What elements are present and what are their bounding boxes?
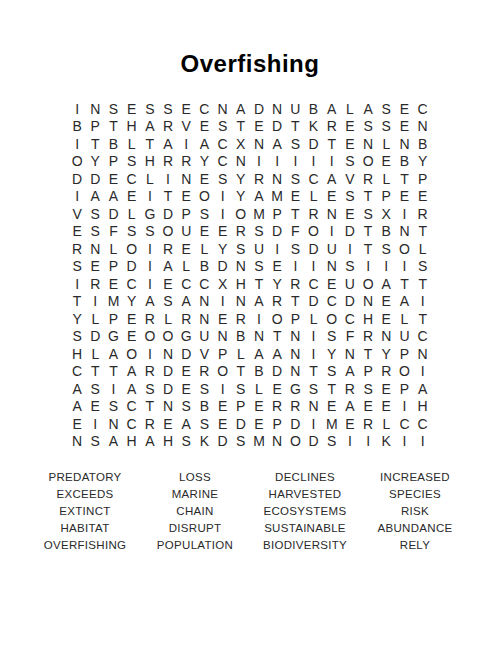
grid-cell: I bbox=[304, 258, 322, 276]
word-list-item: PREDATORY bbox=[30, 468, 140, 485]
grid-cell: E bbox=[195, 170, 213, 188]
grid-cell: S bbox=[104, 398, 122, 416]
grid-cell: D bbox=[341, 223, 359, 241]
grid-cell: T bbox=[323, 135, 341, 153]
grid-cell: R bbox=[232, 223, 250, 241]
grid-cell: A bbox=[250, 345, 268, 363]
grid-cell: N bbox=[104, 415, 122, 433]
grid-cell: S bbox=[341, 188, 359, 206]
grid-cell: T bbox=[104, 118, 122, 136]
grid-cell: L bbox=[123, 205, 141, 223]
grid-cell: R bbox=[250, 170, 268, 188]
grid-cell: I bbox=[304, 345, 322, 363]
grid-cell: E bbox=[341, 415, 359, 433]
grid-cell: N bbox=[232, 293, 250, 311]
grid-cell: Y bbox=[214, 240, 232, 258]
grid-cell: O bbox=[68, 153, 86, 171]
grid-cell: I bbox=[414, 293, 432, 311]
grid-cell: S bbox=[232, 433, 250, 451]
grid-cell: N bbox=[250, 135, 268, 153]
grid-cell: N bbox=[159, 398, 177, 416]
grid-cell: N bbox=[359, 293, 377, 311]
grid-cell: N bbox=[86, 100, 104, 118]
grid-cell: S bbox=[359, 205, 377, 223]
grid-cell: E bbox=[377, 380, 395, 398]
grid-cell: C bbox=[195, 275, 213, 293]
grid-cell: A bbox=[341, 398, 359, 416]
grid-cell: Y bbox=[232, 188, 250, 206]
grid-cell: S bbox=[141, 380, 159, 398]
grid-cell: S bbox=[232, 240, 250, 258]
word-list-item: ABUNDANCE bbox=[360, 519, 470, 536]
word-list-item: HARVESTED bbox=[250, 485, 360, 502]
grid-cell: N bbox=[323, 205, 341, 223]
grid-cell: D bbox=[268, 363, 286, 381]
grid-cell: N bbox=[250, 328, 268, 346]
grid-cell: N bbox=[268, 433, 286, 451]
grid-cell: R bbox=[177, 153, 195, 171]
grid-cell: N bbox=[195, 293, 213, 311]
grid-cell: D bbox=[250, 100, 268, 118]
grid-cell: S bbox=[159, 100, 177, 118]
grid-cell: O bbox=[195, 188, 213, 206]
grid-cell: M bbox=[104, 293, 122, 311]
grid-cell: L bbox=[304, 310, 322, 328]
grid-cell: L bbox=[159, 310, 177, 328]
grid-cell: D bbox=[68, 170, 86, 188]
grid-cell: I bbox=[214, 293, 232, 311]
grid-cell: S bbox=[68, 328, 86, 346]
grid-cell: A bbox=[177, 293, 195, 311]
grid-cell: C bbox=[68, 363, 86, 381]
puzzle-title: Overfishing bbox=[0, 50, 500, 78]
grid-cell: S bbox=[250, 223, 268, 241]
grid-cell: I bbox=[214, 188, 232, 206]
grid-cell: O bbox=[159, 223, 177, 241]
grid-cell: E bbox=[195, 223, 213, 241]
grid-cell: H bbox=[232, 275, 250, 293]
grid-cell: S bbox=[177, 433, 195, 451]
grid-cell: E bbox=[341, 205, 359, 223]
grid-cell: D bbox=[304, 240, 322, 258]
grid-cell: H bbox=[68, 345, 86, 363]
grid-cell: H bbox=[159, 433, 177, 451]
grid-cell: U bbox=[195, 328, 213, 346]
grid-cell: E bbox=[123, 328, 141, 346]
grid-cell: P bbox=[86, 118, 104, 136]
grid-cell: E bbox=[177, 100, 195, 118]
grid-cell: A bbox=[377, 275, 395, 293]
grid-cell: E bbox=[214, 223, 232, 241]
grid-cell: I bbox=[359, 433, 377, 451]
grid-cell: N bbox=[323, 258, 341, 276]
grid-cell: I bbox=[395, 205, 413, 223]
grid-cell: R bbox=[159, 153, 177, 171]
grid-cell: E bbox=[214, 310, 232, 328]
grid-cell: G bbox=[141, 205, 159, 223]
grid-cell: E bbox=[323, 275, 341, 293]
grid-cell: S bbox=[377, 240, 395, 258]
grid-cell: O bbox=[395, 363, 413, 381]
grid-cell: H bbox=[123, 433, 141, 451]
grid-cell: D bbox=[214, 433, 232, 451]
grid-cell: S bbox=[304, 380, 322, 398]
grid-cell: T bbox=[359, 240, 377, 258]
grid-cell: S bbox=[286, 170, 304, 188]
grid-cell: P bbox=[286, 310, 304, 328]
grid-cell: I bbox=[177, 135, 195, 153]
grid-cell: N bbox=[286, 345, 304, 363]
grid-cell: S bbox=[123, 223, 141, 241]
grid-cell: Y bbox=[86, 153, 104, 171]
grid-cell: L bbox=[304, 188, 322, 206]
grid-cell: E bbox=[377, 398, 395, 416]
grid-cell: X bbox=[232, 135, 250, 153]
grid-cell: N bbox=[286, 328, 304, 346]
grid-cell: L bbox=[86, 310, 104, 328]
grid-cell: P bbox=[232, 398, 250, 416]
grid-cell: S bbox=[159, 293, 177, 311]
grid-cell: L bbox=[377, 415, 395, 433]
grid-cell: E bbox=[68, 415, 86, 433]
grid-cell: I bbox=[304, 328, 322, 346]
grid-cell: N bbox=[214, 328, 232, 346]
grid-cell: L bbox=[377, 170, 395, 188]
grid-cell: C bbox=[214, 153, 232, 171]
grid-cell: R bbox=[268, 398, 286, 416]
word-list-item: MARINE bbox=[140, 485, 250, 502]
grid-cell: P bbox=[268, 415, 286, 433]
grid-cell: S bbox=[323, 363, 341, 381]
grid-cell: B bbox=[195, 398, 213, 416]
grid-cell: F bbox=[286, 223, 304, 241]
grid-cell: I bbox=[341, 433, 359, 451]
grid-cell: C bbox=[214, 135, 232, 153]
grid-cell: A bbox=[68, 398, 86, 416]
grid-cell: Y bbox=[195, 153, 213, 171]
grid-cell: E bbox=[86, 398, 104, 416]
grid-cell: I bbox=[414, 433, 432, 451]
grid-cell: T bbox=[141, 135, 159, 153]
grid-cell: T bbox=[250, 275, 268, 293]
word-list-item: CHAIN bbox=[140, 502, 250, 519]
grid-cell: A bbox=[359, 100, 377, 118]
grid-cell: E bbox=[323, 398, 341, 416]
grid-cell: F bbox=[341, 328, 359, 346]
grid-cell: O bbox=[214, 363, 232, 381]
grid-cell: E bbox=[323, 188, 341, 206]
grid-cell: B bbox=[195, 258, 213, 276]
grid-cell: S bbox=[195, 205, 213, 223]
word-list-item: LOSS bbox=[140, 468, 250, 485]
grid-cell: C bbox=[123, 415, 141, 433]
grid-cell: B bbox=[304, 100, 322, 118]
grid-cell: S bbox=[141, 223, 159, 241]
grid-cell: A bbox=[86, 188, 104, 206]
grid-cell: N bbox=[232, 258, 250, 276]
grid-cell: P bbox=[104, 258, 122, 276]
grid-cell: S bbox=[195, 415, 213, 433]
grid-cell: V bbox=[177, 118, 195, 136]
grid-cell: T bbox=[86, 135, 104, 153]
grid-cell: Y bbox=[323, 345, 341, 363]
grid-cell: Y bbox=[232, 170, 250, 188]
grid-cell: T bbox=[268, 328, 286, 346]
grid-cell: A bbox=[250, 188, 268, 206]
grid-cell: P bbox=[268, 205, 286, 223]
grid-cell: C bbox=[341, 310, 359, 328]
grid-cell: L bbox=[104, 240, 122, 258]
grid-cell: S bbox=[86, 223, 104, 241]
grid-cell: C bbox=[414, 100, 432, 118]
grid-cell: S bbox=[359, 118, 377, 136]
grid-cell: D bbox=[123, 258, 141, 276]
grid-cell: E bbox=[268, 258, 286, 276]
grid-cell: I bbox=[159, 170, 177, 188]
grid-cell: L bbox=[377, 135, 395, 153]
grid-cell: D bbox=[159, 363, 177, 381]
grid-cell: R bbox=[359, 328, 377, 346]
grid-cell: L bbox=[141, 170, 159, 188]
grid-cell: N bbox=[395, 223, 413, 241]
grid-cell: L bbox=[177, 258, 195, 276]
grid-cell: I bbox=[359, 258, 377, 276]
grid-cell: R bbox=[341, 380, 359, 398]
grid-cell: D bbox=[268, 118, 286, 136]
grid-cell: U bbox=[177, 223, 195, 241]
grid-cell: D bbox=[341, 293, 359, 311]
grid-cell: D bbox=[304, 293, 322, 311]
grid-cell: L bbox=[414, 240, 432, 258]
grid-cell: L bbox=[123, 135, 141, 153]
grid-cell: I bbox=[68, 188, 86, 206]
grid-cell: I bbox=[323, 153, 341, 171]
grid-cell: C bbox=[123, 275, 141, 293]
grid-cell: E bbox=[377, 293, 395, 311]
grid-cell: T bbox=[104, 363, 122, 381]
grid-cell: T bbox=[359, 188, 377, 206]
grid-cell: E bbox=[341, 118, 359, 136]
grid-cell: S bbox=[286, 135, 304, 153]
grid-cell: H bbox=[414, 398, 432, 416]
grid-cell: E bbox=[286, 188, 304, 206]
grid-cell: E bbox=[214, 398, 232, 416]
grid-cell: O bbox=[141, 328, 159, 346]
grid-cell: M bbox=[250, 433, 268, 451]
grid-cell: I bbox=[268, 153, 286, 171]
grid-cell: R bbox=[141, 363, 159, 381]
grid-cell: S bbox=[359, 380, 377, 398]
grid-cell: T bbox=[414, 275, 432, 293]
grid-cell: A bbox=[323, 170, 341, 188]
grid-cell: A bbox=[159, 258, 177, 276]
grid-cell: A bbox=[232, 100, 250, 118]
grid-cell: T bbox=[395, 275, 413, 293]
grid-cell: E bbox=[377, 310, 395, 328]
grid-cell: E bbox=[177, 363, 195, 381]
grid-cell: S bbox=[214, 170, 232, 188]
word-list-item: RELY bbox=[360, 536, 470, 553]
grid-cell: C bbox=[304, 170, 322, 188]
grid-cell: E bbox=[159, 415, 177, 433]
grid-cell: E bbox=[395, 118, 413, 136]
grid-cell: V bbox=[195, 345, 213, 363]
grid-cell: E bbox=[341, 135, 359, 153]
word-list-item: HABITAT bbox=[30, 519, 140, 536]
grid-cell: I bbox=[214, 380, 232, 398]
grid-cell: L bbox=[395, 310, 413, 328]
grid-cell: B bbox=[68, 118, 86, 136]
grid-cell: T bbox=[141, 398, 159, 416]
grid-cell: T bbox=[286, 205, 304, 223]
grid-cell: L bbox=[86, 345, 104, 363]
grid-cell: O bbox=[123, 345, 141, 363]
grid-cell: B bbox=[377, 223, 395, 241]
grid-cell: L bbox=[232, 345, 250, 363]
grid-cell: E bbox=[123, 310, 141, 328]
grid-cell: N bbox=[341, 345, 359, 363]
grid-cell: R bbox=[159, 118, 177, 136]
grid-cell: T bbox=[86, 363, 104, 381]
grid-cell: N bbox=[395, 135, 413, 153]
grid-cell: H bbox=[141, 153, 159, 171]
grid-cell: N bbox=[359, 135, 377, 153]
grid-cell: A bbox=[195, 135, 213, 153]
grid-cell: O bbox=[123, 240, 141, 258]
grid-cell: D bbox=[304, 433, 322, 451]
grid-cell: O bbox=[359, 275, 377, 293]
grid-cell: T bbox=[414, 223, 432, 241]
word-list-item: DECLINES bbox=[250, 468, 360, 485]
grid-cell: A bbox=[268, 345, 286, 363]
grid-cell: A bbox=[141, 293, 159, 311]
grid-cell: A bbox=[123, 380, 141, 398]
word-search-grid: INSESSECNADNUBALASECBPTHARVESTEDTKRESSEN… bbox=[68, 100, 432, 450]
grid-cell: S bbox=[286, 240, 304, 258]
grid-cell: P bbox=[414, 170, 432, 188]
grid-cell: I bbox=[250, 310, 268, 328]
grid-cell: Y bbox=[268, 275, 286, 293]
grid-cell: E bbox=[68, 223, 86, 241]
grid-cell: E bbox=[177, 380, 195, 398]
grid-cell: I bbox=[304, 415, 322, 433]
grid-cell: H bbox=[123, 118, 141, 136]
grid-cell: S bbox=[323, 433, 341, 451]
grid-cell: T bbox=[286, 118, 304, 136]
grid-cell: I bbox=[395, 433, 413, 451]
grid-cell: H bbox=[359, 310, 377, 328]
grid-cell: I bbox=[214, 205, 232, 223]
grid-cell: T bbox=[359, 223, 377, 241]
grid-cell: D bbox=[232, 415, 250, 433]
grid-cell: E bbox=[377, 153, 395, 171]
grid-cell: I bbox=[141, 240, 159, 258]
grid-cell: N bbox=[414, 345, 432, 363]
grid-cell: O bbox=[304, 223, 322, 241]
grid-cell: I bbox=[286, 258, 304, 276]
grid-cell: I bbox=[86, 415, 104, 433]
grid-cell: B bbox=[104, 135, 122, 153]
grid-cell: A bbox=[250, 293, 268, 311]
grid-cell: M bbox=[323, 415, 341, 433]
grid-cell: C bbox=[414, 415, 432, 433]
grid-cell: O bbox=[159, 328, 177, 346]
grid-cell: D bbox=[159, 380, 177, 398]
grid-cell: A bbox=[395, 293, 413, 311]
grid-cell: A bbox=[341, 363, 359, 381]
grid-cell: A bbox=[123, 363, 141, 381]
grid-cell: E bbox=[177, 240, 195, 258]
grid-cell: T bbox=[232, 118, 250, 136]
grid-cell: S bbox=[195, 380, 213, 398]
grid-cell: P bbox=[359, 363, 377, 381]
grid-cell: I bbox=[141, 275, 159, 293]
grid-cell: I bbox=[68, 135, 86, 153]
grid-cell: S bbox=[341, 258, 359, 276]
word-list-item: EXTINCT bbox=[30, 502, 140, 519]
grid-cell: Y bbox=[68, 310, 86, 328]
grid-cell: P bbox=[104, 310, 122, 328]
grid-cell: K bbox=[377, 433, 395, 451]
grid-cell: S bbox=[377, 100, 395, 118]
grid-cell: R bbox=[86, 275, 104, 293]
grid-cell: U bbox=[323, 240, 341, 258]
grid-cell: R bbox=[304, 205, 322, 223]
grid-cell: E bbox=[395, 188, 413, 206]
grid-cell: I bbox=[414, 363, 432, 381]
grid-cell: T bbox=[395, 170, 413, 188]
grid-cell: P bbox=[395, 345, 413, 363]
grid-cell: T bbox=[159, 188, 177, 206]
grid-cell: L bbox=[250, 380, 268, 398]
grid-cell: A bbox=[159, 135, 177, 153]
grid-cell: U bbox=[341, 275, 359, 293]
grid-cell: I bbox=[86, 293, 104, 311]
grid-cell: N bbox=[377, 328, 395, 346]
grid-cell: O bbox=[232, 205, 250, 223]
grid-cell: D bbox=[86, 328, 104, 346]
grid-cell: A bbox=[141, 118, 159, 136]
grid-cell: B bbox=[250, 363, 268, 381]
grid-cell: E bbox=[195, 118, 213, 136]
grid-cell: D bbox=[286, 415, 304, 433]
grid-cell: I bbox=[304, 153, 322, 171]
word-list-item: INCREASED bbox=[360, 468, 470, 485]
grid-cell: D bbox=[159, 205, 177, 223]
grid-cell: U bbox=[395, 328, 413, 346]
grid-cell: I bbox=[323, 223, 341, 241]
grid-cell: N bbox=[414, 118, 432, 136]
grid-cell: N bbox=[214, 100, 232, 118]
grid-cell: A bbox=[141, 433, 159, 451]
grid-cell: R bbox=[141, 310, 159, 328]
grid-cell: R bbox=[159, 240, 177, 258]
grid-cell: E bbox=[359, 398, 377, 416]
grid-cell: A bbox=[104, 433, 122, 451]
grid-cell: Y bbox=[123, 293, 141, 311]
grid-cell: K bbox=[195, 433, 213, 451]
grid-cell: A bbox=[268, 135, 286, 153]
grid-cell: I bbox=[141, 345, 159, 363]
grid-cell: R bbox=[414, 205, 432, 223]
word-list-item: RISK bbox=[360, 502, 470, 519]
grid-cell: C bbox=[195, 100, 213, 118]
grid-cell: O bbox=[359, 153, 377, 171]
grid-cell: R bbox=[286, 275, 304, 293]
grid-cell: R bbox=[323, 118, 341, 136]
grid-cell: R bbox=[141, 415, 159, 433]
word-list-item: POPULATION bbox=[140, 536, 250, 553]
